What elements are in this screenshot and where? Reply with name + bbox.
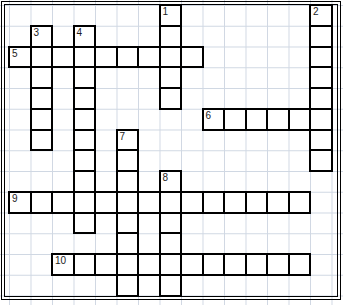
crossword-cell-r3c14[interactable] <box>310 67 332 88</box>
crossword-cell-r0c7[interactable]: 1 <box>160 5 182 26</box>
crossword-cell-r9c10[interactable] <box>224 192 246 213</box>
crossword-cell-r8c7[interactable]: 8 <box>160 171 182 192</box>
crossword-cell-r11c5[interactable] <box>117 233 139 254</box>
clue-number-2: 2 <box>313 6 319 17</box>
crossword-cell-r5c1[interactable] <box>31 109 53 130</box>
crossword-cell-r12c3[interactable] <box>74 254 96 275</box>
crossword-cell-r8c5[interactable] <box>117 171 139 192</box>
crossword-cell-r2c3[interactable] <box>74 47 96 68</box>
crossword-cell-r2c0[interactable]: 5 <box>9 47 31 68</box>
clue-number-7: 7 <box>120 131 126 142</box>
crossword-cell-r10c7[interactable] <box>160 213 182 234</box>
crossword-cell-r9c9[interactable] <box>203 192 225 213</box>
crossword-cell-r4c1[interactable] <box>31 88 53 109</box>
crossword-cell-r5c12[interactable] <box>267 109 289 130</box>
crossword-cell-r2c5[interactable] <box>117 47 139 68</box>
crossword-cell-r7c3[interactable] <box>74 150 96 171</box>
crossword-cell-r7c14[interactable] <box>310 150 332 171</box>
clue-number-1: 1 <box>163 6 169 17</box>
crossword-cell-r5c14[interactable] <box>310 109 332 130</box>
crossword-cell-r3c1[interactable] <box>31 67 53 88</box>
crossword-cell-r12c7[interactable] <box>160 254 182 275</box>
crossword-cell-r9c11[interactable] <box>246 192 268 213</box>
crossword-cell-r5c13[interactable] <box>289 109 311 130</box>
crossword-cell-r4c3[interactable] <box>74 88 96 109</box>
crossword-cell-r6c14[interactable] <box>310 130 332 151</box>
crossword-cell-r12c10[interactable] <box>224 254 246 275</box>
clue-number-8: 8 <box>163 172 169 183</box>
crossword-cell-r9c7[interactable] <box>160 192 182 213</box>
crossword-worksheet: 12345678910 <box>0 0 343 305</box>
crossword-cell-r12c13[interactable] <box>289 254 311 275</box>
crossword-cell-r6c1[interactable] <box>31 130 53 151</box>
crossword-cell-r9c4[interactable] <box>95 192 117 213</box>
crossword-cell-r12c11[interactable] <box>246 254 268 275</box>
crossword-cell-r6c3[interactable] <box>74 130 96 151</box>
crossword-cell-r2c14[interactable] <box>310 47 332 68</box>
crossword-cell-r3c7[interactable] <box>160 67 182 88</box>
crossword-board: 12345678910 <box>9 5 332 296</box>
crossword-cell-r12c2[interactable]: 10 <box>52 254 74 275</box>
crossword-cell-r6c5[interactable]: 7 <box>117 130 139 151</box>
crossword-cell-r2c1[interactable] <box>31 47 53 68</box>
crossword-cell-r12c12[interactable] <box>267 254 289 275</box>
crossword-cell-r2c8[interactable] <box>181 47 203 68</box>
crossword-cell-r1c1[interactable]: 3 <box>31 26 53 47</box>
crossword-cell-r5c9[interactable]: 6 <box>203 109 225 130</box>
crossword-cell-r9c13[interactable] <box>289 192 311 213</box>
crossword-cell-r1c14[interactable] <box>310 26 332 47</box>
crossword-cell-r13c5[interactable] <box>117 275 139 296</box>
clue-number-3: 3 <box>34 27 40 38</box>
crossword-cell-r12c9[interactable] <box>203 254 225 275</box>
crossword-cell-r8c3[interactable] <box>74 171 96 192</box>
crossword-cell-r1c3[interactable]: 4 <box>74 26 96 47</box>
crossword-cell-r2c4[interactable] <box>95 47 117 68</box>
clue-number-10: 10 <box>55 255 66 266</box>
crossword-cell-r0c14[interactable]: 2 <box>310 5 332 26</box>
clue-number-6: 6 <box>206 110 212 121</box>
crossword-cell-r9c12[interactable] <box>267 192 289 213</box>
crossword-cell-r7c5[interactable] <box>117 150 139 171</box>
crossword-cell-r12c4[interactable] <box>95 254 117 275</box>
crossword-cell-r1c7[interactable] <box>160 26 182 47</box>
crossword-cell-r2c6[interactable] <box>138 47 160 68</box>
crossword-cell-r2c2[interactable] <box>52 47 74 68</box>
crossword-cell-r5c3[interactable] <box>74 109 96 130</box>
crossword-cell-r4c14[interactable] <box>310 88 332 109</box>
crossword-cell-r11c7[interactable] <box>160 233 182 254</box>
crossword-cell-r9c8[interactable] <box>181 192 203 213</box>
crossword-cell-r9c2[interactable] <box>52 192 74 213</box>
crossword-cell-r9c1[interactable] <box>31 192 53 213</box>
clue-number-9: 9 <box>12 193 18 204</box>
crossword-cell-r9c5[interactable] <box>117 192 139 213</box>
crossword-cell-r10c5[interactable] <box>117 213 139 234</box>
crossword-cell-r12c6[interactable] <box>138 254 160 275</box>
crossword-cell-r9c0[interactable]: 9 <box>9 192 31 213</box>
crossword-cell-r2c7[interactable] <box>160 47 182 68</box>
crossword-cell-r10c3[interactable] <box>74 213 96 234</box>
clue-number-5: 5 <box>12 48 18 59</box>
crossword-cell-r9c3[interactable] <box>74 192 96 213</box>
crossword-cell-r13c7[interactable] <box>160 275 182 296</box>
crossword-cell-r5c10[interactable] <box>224 109 246 130</box>
crossword-cell-r3c3[interactable] <box>74 67 96 88</box>
crossword-cell-r4c7[interactable] <box>160 88 182 109</box>
crossword-cell-r9c6[interactable] <box>138 192 160 213</box>
crossword-cell-r12c5[interactable] <box>117 254 139 275</box>
crossword-cell-r5c11[interactable] <box>246 109 268 130</box>
crossword-cell-r12c8[interactable] <box>181 254 203 275</box>
clue-number-4: 4 <box>77 27 83 38</box>
